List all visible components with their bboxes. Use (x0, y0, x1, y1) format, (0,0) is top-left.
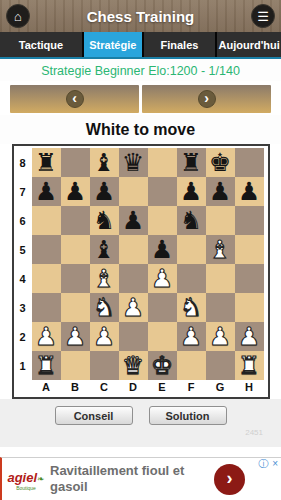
solution-button[interactable]: Solution (149, 406, 227, 425)
black-pawn-piece[interactable]: ♟ (119, 206, 148, 235)
ad-logo: agiel❧ Boutique (2, 467, 50, 491)
square-e7[interactable] (148, 177, 177, 206)
square-c8[interactable]: ♝ (90, 148, 119, 177)
square-g5[interactable]: ♝ (206, 235, 235, 264)
rank-label: 4 (14, 264, 32, 293)
square-g1[interactable] (206, 351, 235, 380)
square-g2[interactable]: ♟ (206, 322, 235, 351)
file-label: E (148, 380, 177, 396)
white-pawn-piece[interactable]: ♟ (32, 322, 61, 351)
black-knight-piece[interactable]: ♞ (177, 206, 206, 235)
white-bishop-piece[interactable]: ♝ (90, 264, 119, 293)
black-pawn-piece[interactable]: ♟ (90, 177, 119, 206)
next-puzzle-button[interactable]: › (142, 85, 271, 113)
square-c2[interactable]: ♟ (90, 322, 119, 351)
app-header: ⌂ Chess Training ☰ (0, 0, 281, 32)
square-h4[interactable] (235, 264, 264, 293)
square-b5[interactable] (61, 235, 90, 264)
hint-button[interactable]: Conseil (55, 406, 133, 425)
puzzle-id: 2451 (245, 428, 263, 437)
app-title: Chess Training (87, 8, 195, 25)
square-d1[interactable]: ♛ (119, 351, 148, 380)
black-rook-piece[interactable]: ♜ (177, 148, 206, 177)
plant-icon: ❧ (37, 474, 45, 484)
square-b6[interactable] (61, 206, 90, 235)
square-f7[interactable]: ♟ (177, 177, 206, 206)
chevron-right-icon: › (198, 90, 216, 108)
file-label: H (235, 380, 264, 396)
square-e4[interactable]: ♟ (148, 264, 177, 293)
square-h7[interactable]: ♟ (235, 177, 264, 206)
square-g6[interactable] (206, 206, 235, 235)
black-queen-piece[interactable]: ♛ (119, 148, 148, 177)
square-h2[interactable]: ♟ (235, 322, 264, 351)
ad-brand-text: agiel (7, 470, 37, 485)
white-pawn-piece[interactable]: ♟ (119, 293, 148, 322)
chevron-left-icon: ‹ (66, 90, 84, 108)
white-knight-piece[interactable]: ♞ (177, 293, 206, 322)
actions-strip: Conseil Solution (0, 399, 281, 447)
black-pawn-piece[interactable]: ♟ (177, 177, 206, 206)
rank-label: 7 (14, 177, 32, 206)
black-bishop-piece[interactable]: ♝ (90, 148, 119, 177)
square-d4[interactable] (119, 264, 148, 293)
square-a7[interactable]: ♟ (32, 177, 61, 206)
square-d3[interactable]: ♟ (119, 293, 148, 322)
square-h8[interactable] (235, 148, 264, 177)
square-a4[interactable] (32, 264, 61, 293)
white-queen-piece[interactable]: ♛ (119, 351, 148, 380)
square-g4[interactable] (206, 264, 235, 293)
square-g8[interactable]: ♚ (206, 148, 235, 177)
black-knight-piece[interactable]: ♞ (90, 206, 119, 235)
white-king-piece[interactable]: ♚ (148, 351, 177, 380)
square-b4[interactable] (61, 264, 90, 293)
ad-brand-subtext: Boutique (2, 486, 50, 491)
square-b7[interactable]: ♟ (61, 177, 90, 206)
black-pawn-piece[interactable]: ♟ (61, 177, 90, 206)
tab-finales[interactable]: Finales (144, 32, 216, 57)
square-f2[interactable]: ♟ (177, 322, 206, 351)
square-f3[interactable]: ♞ (177, 293, 206, 322)
rank-label: 6 (14, 206, 32, 235)
square-c4[interactable]: ♝ (90, 264, 119, 293)
square-e8[interactable] (148, 148, 177, 177)
square-a8[interactable]: ♜ (32, 148, 61, 177)
white-pawn-piece[interactable]: ♟ (148, 264, 177, 293)
square-f1[interactable] (177, 351, 206, 380)
rank-label: 3 (14, 293, 32, 322)
chess-board: 8♜♝♛♜♚7♟♟♟♟♟♟6♞♟♞5♝♟♝4♝♟3♞♟♞2♟♟♟♟♟♟1♜♛♚♜… (12, 144, 270, 399)
hamburger-menu-icon[interactable]: ☰ (251, 4, 275, 28)
square-f8[interactable]: ♜ (177, 148, 206, 177)
square-e2[interactable] (148, 322, 177, 351)
square-h3[interactable] (235, 293, 264, 322)
square-c7[interactable]: ♟ (90, 177, 119, 206)
square-d5[interactable] (119, 235, 148, 264)
tab-aujourdhui[interactable]: Aujourd'hui (217, 32, 281, 57)
tab-strategie[interactable]: Stratégie (84, 32, 142, 57)
black-pawn-piece[interactable]: ♟ (148, 235, 177, 264)
tab-bar: Tactique Stratégie Finales Aujourd'hui (0, 32, 281, 59)
square-d8[interactable]: ♛ (119, 148, 148, 177)
square-h1[interactable]: ♜ (235, 351, 264, 380)
black-pawn-piece[interactable]: ♟ (32, 177, 61, 206)
ad-close-icon[interactable]: × (272, 459, 278, 469)
file-label: F (177, 380, 206, 396)
file-label: D (119, 380, 148, 396)
puzzle-navigation: ‹ › (10, 85, 271, 113)
square-f5[interactable] (177, 235, 206, 264)
square-a5[interactable] (32, 235, 61, 264)
square-b8[interactable] (61, 148, 90, 177)
white-pawn-piece[interactable]: ♟ (235, 322, 264, 351)
white-bishop-piece[interactable]: ♝ (206, 235, 235, 264)
square-b2[interactable]: ♟ (61, 322, 90, 351)
square-a3[interactable] (32, 293, 61, 322)
ad-headline[interactable]: Ravitaillement fioul et gasoil (50, 463, 208, 496)
ad-info-icon[interactable]: ⓘ (258, 459, 268, 469)
ad-corner-icons: ⓘ × (258, 459, 278, 469)
white-pawn-piece[interactable]: ♟ (177, 322, 206, 351)
square-e1[interactable]: ♚ (148, 351, 177, 380)
square-c6[interactable]: ♞ (90, 206, 119, 235)
white-knight-piece[interactable]: ♞ (90, 293, 119, 322)
square-g3[interactable] (206, 293, 235, 322)
white-rook-piece[interactable]: ♜ (235, 351, 264, 380)
side-to-move-heading: White to move (0, 115, 281, 144)
file-label: C (90, 380, 119, 396)
square-a2[interactable]: ♟ (32, 322, 61, 351)
square-e5[interactable]: ♟ (148, 235, 177, 264)
previous-puzzle-button[interactable]: ‹ (10, 85, 139, 113)
ad-arrow-button[interactable]: › (214, 464, 245, 495)
square-d6[interactable]: ♟ (119, 206, 148, 235)
square-f6[interactable]: ♞ (177, 206, 206, 235)
square-d7[interactable] (119, 177, 148, 206)
square-a6[interactable] (32, 206, 61, 235)
square-h5[interactable] (235, 235, 264, 264)
tab-tactique[interactable]: Tactique (0, 32, 82, 57)
square-b3[interactable] (61, 293, 90, 322)
file-label: G (206, 380, 235, 396)
square-h6[interactable] (235, 206, 264, 235)
square-e6[interactable] (148, 206, 177, 235)
level-status-text: Strategie Beginner Elo:1200 - 1/140 (0, 59, 281, 81)
square-c1[interactable] (90, 351, 119, 380)
square-e3[interactable] (148, 293, 177, 322)
square-f4[interactable] (177, 264, 206, 293)
rank-label: 1 (14, 351, 32, 380)
white-pawn-piece[interactable]: ♟ (61, 322, 90, 351)
rank-label: 8 (14, 148, 32, 177)
black-rook-piece[interactable]: ♜ (32, 148, 61, 177)
white-rook-piece[interactable]: ♜ (32, 351, 61, 380)
square-b1[interactable] (61, 351, 90, 380)
rank-label: 5 (14, 235, 32, 264)
ad-banner[interactable]: agiel❧ Boutique Ravitaillement fioul et … (0, 457, 281, 500)
white-pawn-piece[interactable]: ♟ (206, 322, 235, 351)
black-king-piece[interactable]: ♚ (206, 148, 235, 177)
rank-label: 2 (14, 322, 32, 351)
square-d2[interactable] (119, 322, 148, 351)
home-icon[interactable]: ⌂ (6, 4, 30, 28)
black-pawn-piece[interactable]: ♟ (235, 177, 264, 206)
square-g7[interactable]: ♟ (206, 177, 235, 206)
square-c3[interactable]: ♞ (90, 293, 119, 322)
black-bishop-piece[interactable]: ♝ (90, 235, 119, 264)
file-label: B (61, 380, 90, 396)
white-pawn-piece[interactable]: ♟ (90, 322, 119, 351)
file-label: A (32, 380, 61, 396)
square-c5[interactable]: ♝ (90, 235, 119, 264)
square-a1[interactable]: ♜ (32, 351, 61, 380)
black-pawn-piece[interactable]: ♟ (206, 177, 235, 206)
